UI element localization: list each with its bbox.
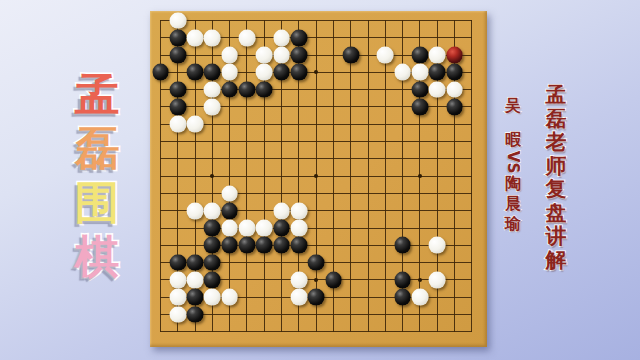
white-stone [239,29,256,46]
white-stone [204,289,221,306]
black-stone [394,272,411,289]
players-item-6: 瑜 [505,214,521,234]
lecture-title: 孟磊老师复盘讲解 [539,84,573,272]
black-stone [446,99,463,116]
board-grid [160,20,472,332]
white-stone [273,202,290,219]
black-stone [325,272,342,289]
white-stone [290,289,307,306]
black-stone [187,289,204,306]
players-names: 吴暇VS陶晨瑜 [499,96,527,234]
lecture-title-char-6: 讲 [546,225,567,249]
white-stone [221,289,238,306]
black-stone [187,254,204,271]
black-stone-last-move [446,47,463,64]
white-stone [204,99,221,116]
white-stone [187,272,204,289]
black-stone [412,99,429,116]
black-stone [412,81,429,98]
white-stone [273,29,290,46]
white-stone [412,64,429,81]
black-stone [221,237,238,254]
white-stone [221,220,238,237]
white-stone [169,116,186,133]
star-point [418,278,422,282]
players-item-2: 暇 [505,130,521,150]
white-stone [239,220,256,237]
black-stone [204,64,221,81]
white-stone [221,185,238,202]
white-stone [169,272,186,289]
lecture-title-char-7: 解 [546,249,567,273]
white-stone [221,47,238,64]
white-stone [429,272,446,289]
black-stone [290,47,307,64]
lecture-title-char-5: 盘 [546,202,567,226]
lecture-title-char-1: 磊 [546,108,567,132]
black-stone [169,47,186,64]
white-stone [204,81,221,98]
lecture-title-char-3: 师 [546,155,567,179]
white-stone [169,306,186,323]
channel-title: 孟磊围棋 [64,68,130,284]
white-stone [204,29,221,46]
white-stone [256,220,273,237]
white-stone [290,272,307,289]
black-stone [308,254,325,271]
channel-title-char-0: 孟 [75,68,120,122]
channel-title-char-3: 棋 [75,230,120,284]
black-stone [169,29,186,46]
white-stone [429,237,446,254]
channel-title-char-1: 磊 [75,122,120,176]
black-stone [187,64,204,81]
white-stone [290,220,307,237]
black-stone [273,237,290,254]
white-stone [429,47,446,64]
black-stone [342,47,359,64]
white-stone [221,64,238,81]
black-stone [152,64,169,81]
black-stone [187,306,204,323]
star-point [210,174,214,178]
white-stone [187,29,204,46]
white-stone [446,81,463,98]
black-stone [204,220,221,237]
video-frame: { "game": "Go (weiqi), 19x19 board, game… [0,0,640,360]
black-stone [221,81,238,98]
black-stone [169,81,186,98]
black-stone [394,289,411,306]
black-stone [169,99,186,116]
black-stone [256,81,273,98]
black-stone [169,254,186,271]
players-item-0: 吴 [505,96,521,116]
black-stone [412,47,429,64]
white-stone [394,64,411,81]
black-stone [290,237,307,254]
lecture-title-char-0: 孟 [546,84,567,108]
black-stone [204,254,221,271]
black-stone [290,64,307,81]
star-point [314,174,318,178]
white-stone [169,289,186,306]
players-item-3: VS [501,151,525,173]
black-stone [204,237,221,254]
black-stone [290,29,307,46]
lecture-title-char-2: 老 [546,131,567,155]
black-stone [221,202,238,219]
black-stone [273,220,290,237]
white-stone [256,47,273,64]
star-point [418,174,422,178]
white-stone [377,47,394,64]
white-stone [187,202,204,219]
black-stone [394,237,411,254]
black-stone [446,64,463,81]
players-item-4: 陶 [505,174,521,194]
black-stone [239,237,256,254]
black-stone [256,237,273,254]
white-stone [204,202,221,219]
channel-title-char-2: 围 [75,176,120,230]
star-point [314,70,318,74]
white-stone [256,64,273,81]
players-item-5: 晨 [505,194,521,214]
black-stone [273,64,290,81]
black-stone [308,289,325,306]
black-stone [239,81,256,98]
white-stone [169,12,186,29]
white-stone [412,289,429,306]
white-stone [187,116,204,133]
black-stone [429,64,446,81]
lecture-title-char-4: 复 [546,178,567,202]
white-stone [273,47,290,64]
white-stone [429,81,446,98]
star-point [314,278,318,282]
go-board [150,11,487,347]
white-stone [290,202,307,219]
black-stone [204,272,221,289]
